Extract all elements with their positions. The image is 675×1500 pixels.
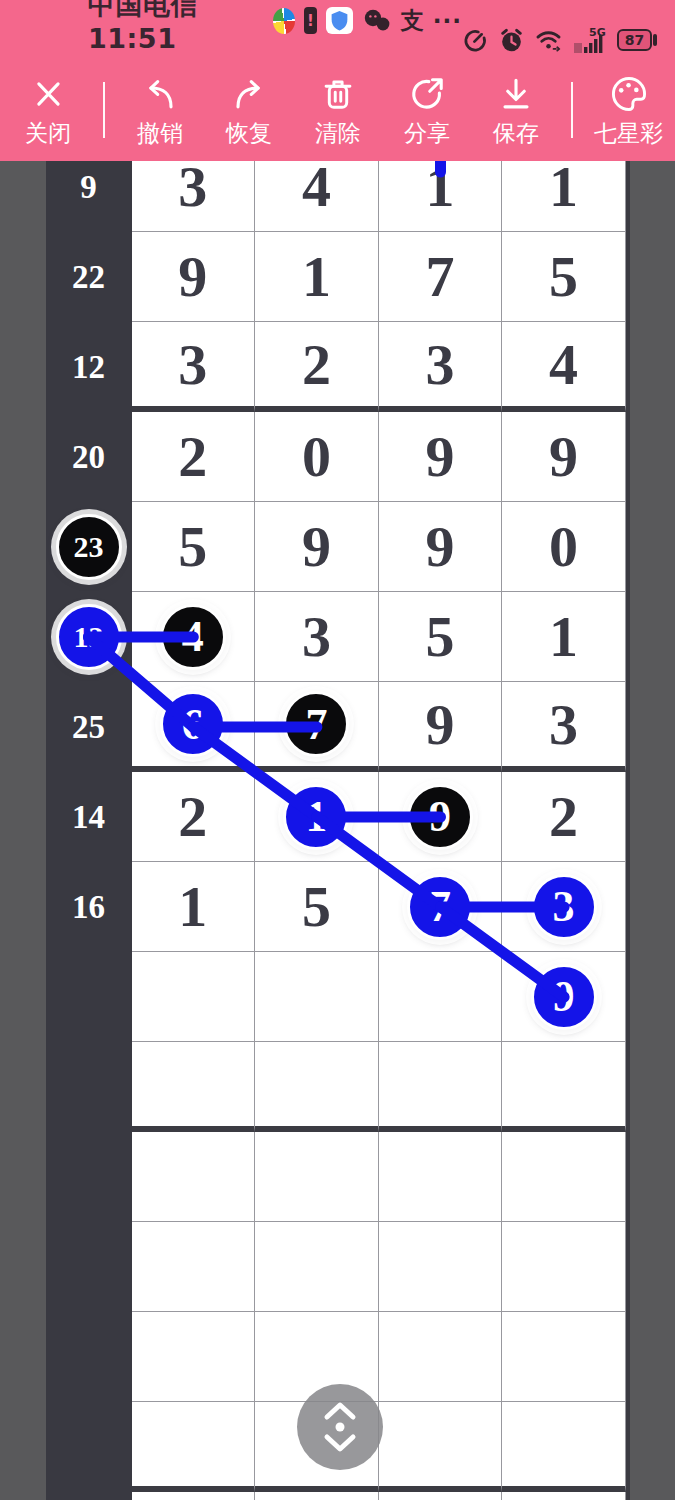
row-label: 16 bbox=[46, 862, 132, 952]
browser-icon bbox=[273, 8, 295, 34]
wifi-icon bbox=[534, 27, 563, 54]
grid-cell[interactable] bbox=[379, 1492, 503, 1500]
row-label bbox=[46, 1042, 132, 1132]
grid-cell[interactable]: 6 bbox=[132, 682, 256, 772]
grid-cell[interactable] bbox=[132, 1312, 256, 1402]
game-type-button[interactable]: 七星彩 bbox=[594, 72, 663, 148]
more-icon: ··· bbox=[433, 8, 462, 34]
pick-mark-blue[interactable]: 1 bbox=[283, 784, 349, 850]
share-button[interactable]: 分享 bbox=[393, 72, 461, 148]
grid-cell[interactable] bbox=[502, 1222, 626, 1312]
grid-cell[interactable]: 2 bbox=[502, 772, 626, 862]
grid-cell[interactable]: 4 bbox=[132, 592, 256, 682]
row-label: 20 bbox=[46, 412, 132, 502]
grid-cell[interactable]: 0 bbox=[502, 502, 626, 592]
clear-button[interactable]: 清除 bbox=[304, 72, 372, 148]
data-saver-icon bbox=[462, 27, 489, 54]
grid-cell[interactable] bbox=[502, 1492, 626, 1500]
row-label-mark-black[interactable]: 23 bbox=[56, 514, 122, 580]
grid-cell[interactable] bbox=[379, 1042, 503, 1132]
grid-cell[interactable]: 3 bbox=[379, 322, 503, 412]
row-label-mark-blue[interactable]: 13 bbox=[56, 604, 122, 670]
grid-cell[interactable]: 5 bbox=[255, 862, 379, 952]
grid-cell[interactable]: 5 bbox=[502, 232, 626, 322]
save-button[interactable]: 保存 bbox=[482, 72, 550, 148]
grid-cell[interactable]: 9 bbox=[379, 412, 503, 502]
row-label: 13 bbox=[46, 592, 132, 682]
grid-cell[interactable] bbox=[379, 1402, 503, 1492]
row-label: 25 bbox=[46, 682, 132, 772]
row-label: 12 bbox=[46, 322, 132, 412]
toolbar-divider bbox=[103, 82, 105, 138]
grid-cell[interactable] bbox=[255, 1132, 379, 1222]
signal-5g-icon: 5G bbox=[572, 26, 608, 54]
grid-cell[interactable] bbox=[132, 1042, 256, 1132]
grid-cell[interactable]: 9 bbox=[255, 502, 379, 592]
app-screen: 9341122917512323420209923599013435125679… bbox=[0, 0, 675, 1500]
grid-cell[interactable] bbox=[132, 1222, 256, 1312]
grid-cell[interactable] bbox=[502, 1402, 626, 1492]
row-label: 23 bbox=[46, 502, 132, 592]
share-icon bbox=[405, 72, 449, 116]
close-label: 关闭 bbox=[25, 120, 71, 148]
grid-cell[interactable]: 3 bbox=[502, 862, 626, 952]
header: 中国电信 11:51 ! 支 ··· bbox=[0, 0, 675, 161]
grid-cell[interactable]: 4 bbox=[502, 322, 626, 412]
shield-icon bbox=[326, 7, 353, 34]
battery-alert-icon: ! bbox=[304, 7, 317, 34]
row-label bbox=[46, 1402, 132, 1492]
up-down-chevrons-icon bbox=[310, 1395, 370, 1459]
grid-cell[interactable] bbox=[379, 1222, 503, 1312]
grid-cell[interactable]: 3 bbox=[502, 682, 626, 772]
grid-cell[interactable] bbox=[379, 1312, 503, 1402]
grid-cell[interactable]: 1 bbox=[132, 862, 256, 952]
toolbar: 关闭 撤销 恢复 清除 bbox=[0, 58, 675, 161]
toolbar-divider bbox=[571, 82, 573, 138]
status-bar: 中国电信 11:51 ! 支 ··· bbox=[0, 0, 675, 58]
grid-cell[interactable]: 1 bbox=[255, 772, 379, 862]
close-icon bbox=[26, 72, 70, 116]
alarm-icon bbox=[498, 27, 525, 54]
grid-cell[interactable]: 2 bbox=[132, 412, 256, 502]
grid-cell[interactable]: 3 bbox=[255, 592, 379, 682]
row-label: 14 bbox=[46, 772, 132, 862]
grid-cell[interactable] bbox=[502, 1312, 626, 1402]
grid-cell[interactable]: 0 bbox=[255, 412, 379, 502]
close-button[interactable]: 关闭 bbox=[14, 72, 82, 148]
pick-mark-blue[interactable]: 7 bbox=[407, 874, 473, 940]
pick-mark-black[interactable]: 4 bbox=[160, 604, 226, 670]
row-label bbox=[46, 1312, 132, 1402]
redo-label: 恢复 bbox=[226, 120, 272, 148]
grid-cell[interactable]: 9 bbox=[132, 232, 256, 322]
row-label: 22 bbox=[46, 232, 132, 322]
pick-mark-black[interactable]: 9 bbox=[407, 784, 473, 850]
grid-cell[interactable] bbox=[132, 1132, 256, 1222]
carrier-time-text: 中国电信 11:51 bbox=[88, 0, 264, 54]
undo-button[interactable]: 撤销 bbox=[126, 72, 194, 148]
wechat-icon bbox=[362, 7, 392, 34]
download-icon bbox=[494, 72, 538, 116]
redo-button[interactable]: 恢复 bbox=[215, 72, 283, 148]
grid-cell[interactable] bbox=[132, 1402, 256, 1492]
grid-cell[interactable] bbox=[255, 1222, 379, 1312]
undo-icon bbox=[138, 72, 182, 116]
grid-cell[interactable]: 3 bbox=[132, 322, 256, 412]
share-label: 分享 bbox=[404, 120, 450, 148]
trash-icon bbox=[316, 72, 360, 116]
trend-grid: 9341122917512323420209923599013435125679… bbox=[46, 142, 630, 1500]
grid-cell[interactable]: 2 bbox=[132, 772, 256, 862]
pick-mark-blue[interactable]: 3 bbox=[531, 874, 597, 940]
alipay-icon: 支 bbox=[401, 5, 424, 36]
battery-pin bbox=[653, 34, 657, 46]
grid-cell[interactable]: 7 bbox=[379, 862, 503, 952]
grid-cell[interactable] bbox=[132, 952, 256, 1042]
grid-cell[interactable] bbox=[502, 1042, 626, 1132]
palette-icon bbox=[607, 72, 651, 116]
grid-cell[interactable] bbox=[132, 1492, 256, 1500]
row-label bbox=[46, 952, 132, 1042]
battery-icon: 87 bbox=[617, 27, 661, 53]
scroll-toggle-button[interactable] bbox=[297, 1384, 383, 1470]
grid-cell[interactable]: 9 bbox=[379, 682, 503, 772]
grid-cell[interactable]: 9 bbox=[502, 952, 626, 1042]
grid-cell[interactable]: 1 bbox=[502, 592, 626, 682]
row-label bbox=[46, 1492, 132, 1500]
row-label bbox=[46, 1132, 132, 1222]
grid-cell[interactable] bbox=[255, 952, 379, 1042]
grid-cell[interactable]: 5 bbox=[132, 502, 256, 592]
grid-cell[interactable] bbox=[379, 952, 503, 1042]
grid-cell[interactable] bbox=[255, 1042, 379, 1132]
clear-label: 清除 bbox=[315, 120, 361, 148]
grid-cell[interactable]: 2 bbox=[255, 322, 379, 412]
grid-cell[interactable]: 9 bbox=[379, 502, 503, 592]
game-type-label: 七星彩 bbox=[594, 120, 663, 148]
pick-mark-blue[interactable]: 6 bbox=[160, 691, 226, 757]
pick-mark-blue[interactable]: 9 bbox=[531, 964, 597, 1030]
grid-cell[interactable] bbox=[379, 1132, 503, 1222]
grid-cell[interactable]: 1 bbox=[255, 232, 379, 322]
save-label: 保存 bbox=[493, 120, 539, 148]
grid-cell[interactable] bbox=[255, 1492, 379, 1500]
grid-cell[interactable]: 9 bbox=[379, 772, 503, 862]
network-type-text: 5G bbox=[589, 26, 606, 39]
pick-mark-black[interactable]: 7 bbox=[283, 691, 349, 757]
grid-cell[interactable]: 7 bbox=[255, 682, 379, 772]
grid-cell[interactable]: 5 bbox=[379, 592, 503, 682]
undo-label: 撤销 bbox=[137, 120, 183, 148]
row-label bbox=[46, 1222, 132, 1312]
grid-cell[interactable]: 7 bbox=[379, 232, 503, 322]
grid-cell[interactable]: 9 bbox=[502, 412, 626, 502]
grid-cell[interactable] bbox=[502, 1132, 626, 1222]
battery-percent-text: 87 bbox=[617, 30, 652, 50]
redo-icon bbox=[227, 72, 271, 116]
